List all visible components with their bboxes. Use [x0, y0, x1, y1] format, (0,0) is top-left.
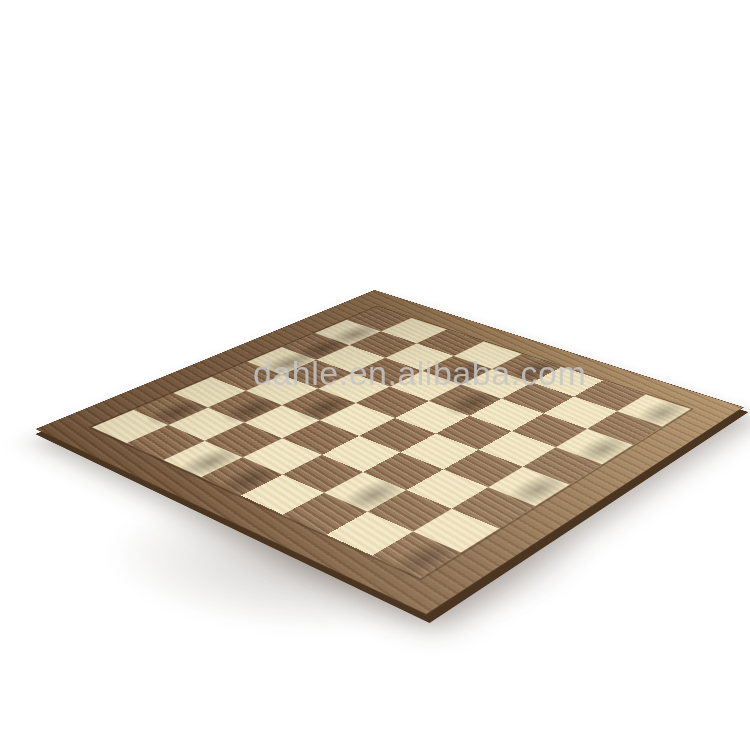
- chess-board: ♟♟♜♝♞♟♝♞♛♚♚♟♜♛♟♟: [36, 290, 744, 615]
- black-P-glyph: ♟: [650, 356, 695, 417]
- white-P-glyph: ♟: [358, 431, 408, 499]
- white-Q-glyph: ♛: [506, 380, 589, 493]
- product-photo-canvas: ♟♟♜♝♞♟♝♞♛♚♚♟♜♛♟♟ dahle.en.alibaba.com: [0, 0, 750, 750]
- black-P-glyph: ♟: [590, 389, 637, 453]
- white-N-glyph: ♞: [222, 384, 295, 483]
- white-R-glyph: ♜: [403, 472, 470, 563]
- watermark-text: dahle.en.alibaba.com: [253, 354, 586, 393]
